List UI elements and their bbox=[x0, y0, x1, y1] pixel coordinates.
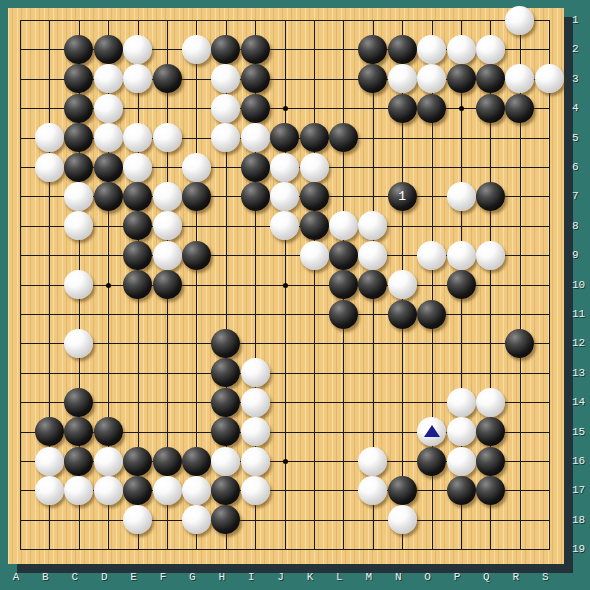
stone-white[interactable] bbox=[447, 35, 476, 64]
stone-black[interactable] bbox=[64, 417, 93, 446]
stone-black[interactable] bbox=[241, 153, 270, 182]
stone-black[interactable] bbox=[417, 94, 446, 123]
stone-white[interactable] bbox=[123, 64, 152, 93]
stone-white[interactable] bbox=[241, 358, 270, 387]
stone-black[interactable] bbox=[211, 476, 240, 505]
stone-black[interactable] bbox=[211, 329, 240, 358]
stone-black[interactable] bbox=[64, 123, 93, 152]
stone-black[interactable] bbox=[123, 270, 152, 299]
stone-white[interactable] bbox=[211, 94, 240, 123]
stone-black[interactable] bbox=[64, 35, 93, 64]
stone-white[interactable] bbox=[153, 123, 182, 152]
star-point bbox=[283, 459, 288, 464]
stone-black[interactable] bbox=[211, 505, 240, 534]
stone-black[interactable] bbox=[476, 417, 505, 446]
row-coordinate-label: 5 bbox=[572, 131, 590, 145]
stone-white[interactable] bbox=[35, 153, 64, 182]
stone-white[interactable] bbox=[94, 94, 123, 123]
stone-black[interactable] bbox=[329, 123, 358, 152]
stone-white[interactable] bbox=[505, 64, 534, 93]
stone-black[interactable] bbox=[94, 35, 123, 64]
stone-black[interactable] bbox=[94, 417, 123, 446]
stone-black[interactable] bbox=[329, 241, 358, 270]
stone-white[interactable] bbox=[153, 182, 182, 211]
stone-black[interactable] bbox=[241, 94, 270, 123]
stone-black[interactable] bbox=[476, 476, 505, 505]
stone-white[interactable] bbox=[388, 64, 417, 93]
stone-white[interactable] bbox=[535, 64, 564, 93]
row-coordinate-label: 3 bbox=[572, 72, 590, 86]
column-coordinate-label: P bbox=[447, 570, 467, 584]
stone-black[interactable] bbox=[358, 35, 387, 64]
stone-black[interactable] bbox=[123, 447, 152, 476]
stone-black[interactable] bbox=[476, 182, 505, 211]
stone-black[interactable] bbox=[358, 270, 387, 299]
stone-black[interactable] bbox=[64, 447, 93, 476]
stone-white[interactable] bbox=[447, 447, 476, 476]
row-coordinate-label: 7 bbox=[572, 189, 590, 203]
row-coordinate-label: 4 bbox=[572, 101, 590, 115]
stone-black[interactable] bbox=[35, 417, 64, 446]
row-coordinate-label: 9 bbox=[572, 248, 590, 262]
stone-white[interactable] bbox=[64, 211, 93, 240]
stone-white[interactable] bbox=[182, 476, 211, 505]
row-coordinate-label: 11 bbox=[572, 307, 590, 321]
stone-black[interactable] bbox=[211, 388, 240, 417]
stone-white[interactable] bbox=[241, 417, 270, 446]
grid-line-horizontal bbox=[20, 343, 550, 344]
grid-line-vertical bbox=[549, 20, 550, 550]
stone-black[interactable] bbox=[388, 300, 417, 329]
stone-white[interactable] bbox=[447, 241, 476, 270]
stone-black[interactable] bbox=[64, 64, 93, 93]
column-coordinate-label: E bbox=[124, 570, 144, 584]
stone-white[interactable] bbox=[505, 6, 534, 35]
stone-white[interactable] bbox=[153, 241, 182, 270]
row-coordinate-label: 2 bbox=[572, 42, 590, 56]
stone-white[interactable] bbox=[153, 211, 182, 240]
stone-black[interactable] bbox=[94, 182, 123, 211]
row-coordinate-label: 1 bbox=[572, 13, 590, 27]
stone-black[interactable] bbox=[182, 182, 211, 211]
stone-black[interactable] bbox=[182, 447, 211, 476]
stone-white[interactable] bbox=[182, 35, 211, 64]
stone-white[interactable] bbox=[94, 476, 123, 505]
column-coordinate-label: S bbox=[535, 570, 555, 584]
stone-black[interactable] bbox=[64, 388, 93, 417]
row-coordinate-label: 17 bbox=[572, 483, 590, 497]
grid-line-horizontal bbox=[20, 549, 550, 550]
grid-line-horizontal bbox=[20, 314, 550, 315]
stone-white[interactable] bbox=[153, 476, 182, 505]
stone-white[interactable] bbox=[182, 153, 211, 182]
column-coordinate-label: M bbox=[359, 570, 379, 584]
stone-black[interactable] bbox=[447, 476, 476, 505]
stone-white[interactable] bbox=[447, 388, 476, 417]
stone-white[interactable] bbox=[476, 35, 505, 64]
stone-black[interactable] bbox=[417, 447, 446, 476]
column-coordinate-label: O bbox=[418, 570, 438, 584]
stone-white[interactable] bbox=[358, 447, 387, 476]
star-point bbox=[459, 106, 464, 111]
stone-white[interactable] bbox=[447, 182, 476, 211]
stone-white[interactable] bbox=[300, 153, 329, 182]
stone-black[interactable] bbox=[476, 447, 505, 476]
column-coordinate-label: D bbox=[94, 570, 114, 584]
column-coordinate-label: K bbox=[300, 570, 320, 584]
stone-black[interactable] bbox=[241, 35, 270, 64]
stone-white[interactable] bbox=[270, 211, 299, 240]
grid-line-vertical bbox=[314, 20, 315, 550]
stone-black[interactable] bbox=[388, 35, 417, 64]
column-coordinate-label: G bbox=[182, 570, 202, 584]
stone-white[interactable] bbox=[417, 241, 446, 270]
move-number-label: 1 bbox=[392, 190, 412, 203]
stone-black[interactable] bbox=[64, 153, 93, 182]
stone-white[interactable] bbox=[329, 211, 358, 240]
stone-white[interactable] bbox=[300, 241, 329, 270]
row-coordinate-label: 15 bbox=[572, 425, 590, 439]
stone-black[interactable] bbox=[300, 211, 329, 240]
triangle-marker bbox=[424, 425, 440, 437]
stone-black[interactable] bbox=[123, 241, 152, 270]
stone-black[interactable] bbox=[270, 123, 299, 152]
stone-white[interactable] bbox=[241, 123, 270, 152]
stone-black[interactable] bbox=[64, 94, 93, 123]
column-coordinate-label: F bbox=[153, 570, 173, 584]
stone-white[interactable] bbox=[182, 505, 211, 534]
stone-black[interactable] bbox=[358, 64, 387, 93]
stone-white[interactable] bbox=[447, 417, 476, 446]
stone-black[interactable] bbox=[153, 270, 182, 299]
stone-white[interactable] bbox=[211, 447, 240, 476]
stone-black[interactable] bbox=[211, 417, 240, 446]
stone-white[interactable] bbox=[64, 270, 93, 299]
stone-black[interactable] bbox=[123, 211, 152, 240]
row-coordinate-label: 13 bbox=[572, 366, 590, 380]
stone-white[interactable] bbox=[241, 388, 270, 417]
stone-white[interactable] bbox=[35, 123, 64, 152]
column-coordinate-label: I bbox=[241, 570, 261, 584]
stone-white[interactable] bbox=[64, 476, 93, 505]
row-coordinate-label: 12 bbox=[572, 336, 590, 350]
stone-black[interactable] bbox=[447, 64, 476, 93]
row-coordinate-label: 18 bbox=[572, 513, 590, 527]
row-coordinate-label: 10 bbox=[572, 278, 590, 292]
stone-white[interactable] bbox=[35, 447, 64, 476]
stone-white[interactable] bbox=[358, 476, 387, 505]
column-coordinate-label: N bbox=[388, 570, 408, 584]
stone-black[interactable] bbox=[417, 300, 446, 329]
row-coordinate-label: 8 bbox=[572, 219, 590, 233]
go-board[interactable]: 1 bbox=[8, 8, 564, 564]
column-coordinate-label: H bbox=[212, 570, 232, 584]
row-coordinate-label: 16 bbox=[572, 454, 590, 468]
stone-white[interactable] bbox=[123, 153, 152, 182]
row-coordinate-label: 19 bbox=[572, 542, 590, 556]
column-coordinate-label: C bbox=[65, 570, 85, 584]
star-point bbox=[283, 106, 288, 111]
stone-white[interactable] bbox=[94, 64, 123, 93]
stone-black[interactable] bbox=[153, 64, 182, 93]
go-board-screenshot: { "game": "go", "board": { "size": 19, "… bbox=[0, 0, 590, 590]
stone-black[interactable] bbox=[153, 447, 182, 476]
stone-white[interactable] bbox=[241, 476, 270, 505]
stone-black[interactable] bbox=[388, 476, 417, 505]
stone-white[interactable] bbox=[123, 505, 152, 534]
stone-white[interactable] bbox=[388, 505, 417, 534]
stone-white[interactable] bbox=[417, 35, 446, 64]
grid-line-horizontal bbox=[20, 520, 550, 521]
stone-white[interactable] bbox=[476, 388, 505, 417]
stone-white[interactable] bbox=[270, 153, 299, 182]
stone-white[interactable] bbox=[123, 35, 152, 64]
grid-line-horizontal bbox=[20, 373, 550, 374]
stone-black[interactable] bbox=[123, 182, 152, 211]
stone-black[interactable] bbox=[476, 64, 505, 93]
stone-black[interactable] bbox=[94, 153, 123, 182]
column-coordinate-label: R bbox=[506, 570, 526, 584]
stone-white[interactable] bbox=[358, 211, 387, 240]
stone-black[interactable] bbox=[211, 35, 240, 64]
column-coordinate-label: A bbox=[6, 570, 26, 584]
stone-black[interactable] bbox=[241, 64, 270, 93]
stone-white[interactable] bbox=[94, 123, 123, 152]
stone-black[interactable] bbox=[447, 270, 476, 299]
stone-white[interactable] bbox=[270, 182, 299, 211]
stone-white[interactable] bbox=[64, 329, 93, 358]
stone-white[interactable] bbox=[64, 182, 93, 211]
stone-black[interactable] bbox=[241, 182, 270, 211]
stone-white[interactable] bbox=[211, 64, 240, 93]
stone-black[interactable] bbox=[329, 300, 358, 329]
row-coordinate-label: 14 bbox=[572, 395, 590, 409]
stone-white[interactable] bbox=[35, 476, 64, 505]
stone-black[interactable] bbox=[123, 476, 152, 505]
stone-black[interactable] bbox=[505, 329, 534, 358]
column-coordinate-label: Q bbox=[476, 570, 496, 584]
stone-black[interactable] bbox=[329, 270, 358, 299]
stone-black[interactable] bbox=[505, 94, 534, 123]
stone-black[interactable] bbox=[388, 94, 417, 123]
row-coordinate-label: 6 bbox=[572, 160, 590, 174]
star-point bbox=[283, 283, 288, 288]
stone-white[interactable] bbox=[417, 64, 446, 93]
column-coordinate-label: L bbox=[329, 570, 349, 584]
column-coordinate-label: B bbox=[35, 570, 55, 584]
stone-white[interactable] bbox=[476, 241, 505, 270]
stone-black[interactable] bbox=[300, 123, 329, 152]
stone-white[interactable] bbox=[211, 123, 240, 152]
star-point bbox=[106, 283, 111, 288]
column-coordinate-label: J bbox=[271, 570, 291, 584]
stone-white[interactable] bbox=[358, 241, 387, 270]
stone-white[interactable] bbox=[388, 270, 417, 299]
stone-white[interactable] bbox=[94, 447, 123, 476]
stone-black[interactable] bbox=[182, 241, 211, 270]
stone-black[interactable] bbox=[211, 358, 240, 387]
stone-white[interactable] bbox=[123, 123, 152, 152]
stone-black[interactable] bbox=[300, 182, 329, 211]
stone-white[interactable] bbox=[241, 447, 270, 476]
stone-black[interactable] bbox=[476, 94, 505, 123]
